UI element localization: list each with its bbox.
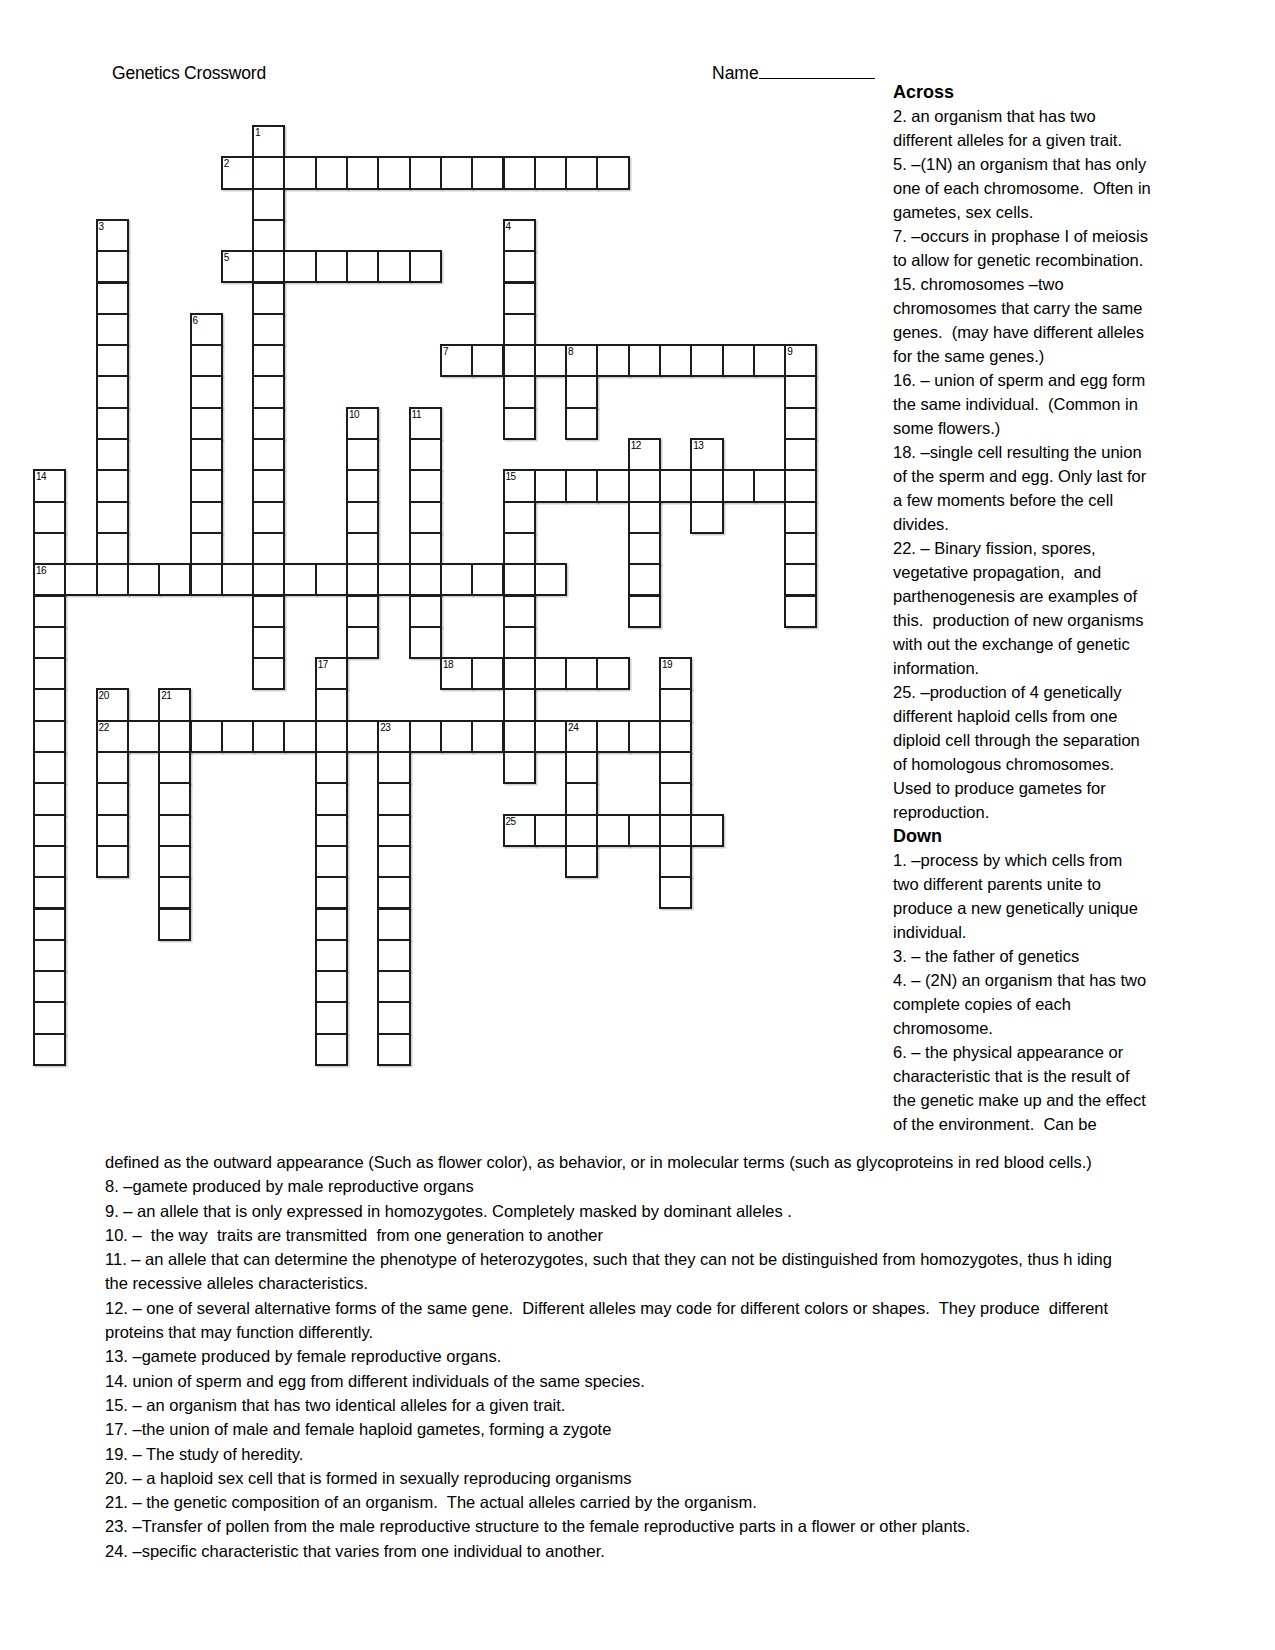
- grid-cell-r19c7[interactable]: [252, 720, 285, 753]
- grid-cell-r25c9[interactable]: [315, 908, 348, 941]
- grid-cell-r1c8[interactable]: [283, 156, 316, 189]
- grid-cell-r22c15[interactable]: 25: [503, 814, 536, 847]
- grid-cell-r13c12[interactable]: [409, 532, 442, 565]
- grid-cell-r7c7[interactable]: [252, 344, 285, 377]
- grid-cell-r14c14[interactable]: [471, 563, 504, 596]
- grid-cell-r8c5[interactable]: [190, 375, 223, 408]
- grid-cell-r9c24[interactable]: [784, 407, 817, 440]
- grid-cell-r14c2[interactable]: [96, 563, 129, 596]
- grid-cell-r29c9[interactable]: [315, 1033, 348, 1066]
- grid-cell-r12c7[interactable]: [252, 501, 285, 534]
- name-blank-line[interactable]: [759, 63, 875, 79]
- grid-cell-r26c11[interactable]: [377, 939, 410, 972]
- grid-cell-r23c20[interactable]: [659, 845, 692, 878]
- grid-cell-r20c15[interactable]: [503, 751, 536, 784]
- grid-cell-r17c13[interactable]: 18: [440, 657, 473, 690]
- cell-number-1: 1: [255, 127, 260, 138]
- grid-cell-r16c7[interactable]: [252, 626, 285, 659]
- grid-cell-r20c17[interactable]: [565, 751, 598, 784]
- grid-cell-r28c0[interactable]: [33, 1001, 66, 1034]
- grid-cell-r17c14[interactable]: [471, 657, 504, 690]
- grid-cell-r9c2[interactable]: [96, 407, 129, 440]
- grid-cell-r22c4[interactable]: [158, 814, 191, 847]
- grid-cell-r19c13[interactable]: [440, 720, 473, 753]
- grid-cell-r11c17[interactable]: [565, 469, 598, 502]
- grid-cell-r19c10[interactable]: [346, 720, 379, 753]
- grid-cell-r7c17[interactable]: 8: [565, 344, 598, 377]
- grid-cell-r12c10[interactable]: [346, 501, 379, 534]
- grid-cell-r7c24[interactable]: 9: [784, 344, 817, 377]
- grid-cell-r24c20[interactable]: [659, 876, 692, 909]
- cell-number-10: 10: [349, 409, 359, 420]
- clue-down-20: 20. – a haploid sex cell that is formed …: [105, 1466, 1255, 1490]
- across-header: Across: [893, 80, 1203, 104]
- grid-cell-r15c7[interactable]: [252, 595, 285, 628]
- clue-down-15: 15. – an organism that has two identical…: [105, 1393, 1255, 1417]
- grid-cell-r27c9[interactable]: [315, 970, 348, 1003]
- grid-cell-r13c7[interactable]: [252, 532, 285, 565]
- grid-cell-r11c16[interactable]: [534, 469, 567, 502]
- grid-cell-r7c21[interactable]: [690, 344, 723, 377]
- grid-cell-r19c8[interactable]: [283, 720, 316, 753]
- grid-cell-r10c5[interactable]: [190, 438, 223, 471]
- grid-cell-r28c11[interactable]: [377, 1001, 410, 1034]
- cell-number-7: 7: [443, 346, 448, 357]
- grid-cell-r22c19[interactable]: [628, 814, 661, 847]
- grid-cell-r8c17[interactable]: [565, 375, 598, 408]
- clue-across-15: 15. chromosomes –two chromosomes that ca…: [893, 272, 1203, 368]
- cell-number-2: 2: [224, 158, 229, 169]
- grid-cell-r27c0[interactable]: [33, 970, 66, 1003]
- grid-cell-r7c22[interactable]: [722, 344, 755, 377]
- grid-cell-r19c14[interactable]: [471, 720, 504, 753]
- grid-cell-r12c2[interactable]: [96, 501, 129, 534]
- grid-cell-r17c9[interactable]: 17: [315, 657, 348, 690]
- grid-cell-r5c2[interactable]: [96, 282, 129, 315]
- grid-cell-r2c7[interactable]: [252, 188, 285, 221]
- grid-cell-r14c6[interactable]: [221, 563, 254, 596]
- grid-cell-r22c17[interactable]: [565, 814, 598, 847]
- clue-down-10: 10. – the way traits are transmitted fro…: [105, 1223, 1255, 1247]
- grid-cell-r20c2[interactable]: [96, 751, 129, 784]
- grid-cell-r8c15[interactable]: [503, 375, 536, 408]
- grid-cell-r7c19[interactable]: [628, 344, 661, 377]
- grid-cell-r15c10[interactable]: [346, 595, 379, 628]
- clue-down-4: 4. – (2N) an organism that has two compl…: [893, 968, 1203, 1040]
- grid-cell-r14c1[interactable]: [64, 563, 97, 596]
- clue-down-21: 21. – the genetic composition of an orga…: [105, 1490, 1255, 1514]
- grid-cell-r16c0[interactable]: [33, 626, 66, 659]
- cell-number-15: 15: [506, 471, 516, 482]
- grid-cell-r12c5[interactable]: [190, 501, 223, 534]
- grid-cell-r11c19[interactable]: [628, 469, 661, 502]
- grid-cell-r19c5[interactable]: [190, 720, 223, 753]
- grid-cell-r18c9[interactable]: [315, 688, 348, 721]
- grid-cell-r19c2[interactable]: 22: [96, 720, 129, 753]
- grid-cell-r1c18[interactable]: [596, 156, 629, 189]
- clue-down-6-continuation: defined as the outward appearance (Such …: [105, 1150, 1255, 1174]
- grid-cell-r14c9[interactable]: [315, 563, 348, 596]
- grid-cell-r25c11[interactable]: [377, 908, 410, 941]
- grid-cell-r23c2[interactable]: [96, 845, 129, 878]
- grid-cell-r10c10[interactable]: [346, 438, 379, 471]
- cell-number-12: 12: [631, 440, 641, 451]
- grid-cell-r22c2[interactable]: [96, 814, 129, 847]
- grid-cell-r19c15[interactable]: [503, 720, 536, 753]
- grid-cell-r15c19[interactable]: [628, 595, 661, 628]
- grid-cell-r16c12[interactable]: [409, 626, 442, 659]
- worksheet-page: Genetics Crossword Name 1234567891011121…: [0, 0, 1275, 1650]
- grid-cell-r18c15[interactable]: [503, 688, 536, 721]
- grid-cell-r15c12[interactable]: [409, 595, 442, 628]
- grid-cell-r1c10[interactable]: [346, 156, 379, 189]
- grid-cell-r12c21[interactable]: [690, 501, 723, 534]
- grid-cell-r22c20[interactable]: [659, 814, 692, 847]
- grid-cell-r1c9[interactable]: [315, 156, 348, 189]
- grid-cell-r19c17[interactable]: 24: [565, 720, 598, 753]
- grid-cell-r19c12[interactable]: [409, 720, 442, 753]
- grid-cell-r13c15[interactable]: [503, 532, 536, 565]
- clue-down-11: 11. – an allele that can determine the p…: [105, 1247, 1255, 1296]
- grid-cell-r3c15[interactable]: 4: [503, 219, 536, 252]
- grid-cell-r17c0[interactable]: [33, 657, 66, 690]
- grid-cell-r1c12[interactable]: [409, 156, 442, 189]
- grid-cell-r11c10[interactable]: [346, 469, 379, 502]
- grid-cell-r9c15[interactable]: [503, 407, 536, 440]
- grid-cell-r13c2[interactable]: [96, 532, 129, 565]
- grid-cell-r10c19[interactable]: 12: [628, 438, 661, 471]
- clue-down-6: 6. – the physical appearance or characte…: [893, 1040, 1203, 1136]
- grid-cell-r3c2[interactable]: 3: [96, 219, 129, 252]
- grid-cell-r11c24[interactable]: [784, 469, 817, 502]
- grid-cell-r14c0[interactable]: 16: [33, 563, 66, 596]
- cell-number-19: 19: [662, 659, 672, 670]
- grid-cell-r14c5[interactable]: [190, 563, 223, 596]
- grid-cell-r24c4[interactable]: [158, 876, 191, 909]
- grid-cell-r6c15[interactable]: [503, 313, 536, 346]
- grid-cell-r10c12[interactable]: [409, 438, 442, 471]
- grid-cell-r11c21[interactable]: [690, 469, 723, 502]
- grid-cell-r7c18[interactable]: [596, 344, 629, 377]
- cell-number-6: 6: [193, 315, 198, 326]
- grid-cell-r7c5[interactable]: [190, 344, 223, 377]
- grid-cell-r14c19[interactable]: [628, 563, 661, 596]
- clue-down-1: 1. –process by which cells from two diff…: [893, 848, 1203, 944]
- cell-number-20: 20: [99, 690, 109, 701]
- grid-cell-r18c4[interactable]: 21: [158, 688, 191, 721]
- grid-cell-r15c24[interactable]: [784, 595, 817, 628]
- grid-cell-r5c7[interactable]: [252, 282, 285, 315]
- grid-cell-r6c5[interactable]: 6: [190, 313, 223, 346]
- clue-across-7: 7. –occurs in prophase I of meiosis to a…: [893, 224, 1203, 272]
- grid-cell-r3c7[interactable]: [252, 219, 285, 252]
- grid-cell-r7c15[interactable]: [503, 344, 536, 377]
- name-label: Name: [712, 63, 759, 83]
- grid-cell-r13c19[interactable]: [628, 532, 661, 565]
- grid-cell-r1c14[interactable]: [471, 156, 504, 189]
- grid-cell-r25c4[interactable]: [158, 908, 191, 941]
- clue-down-17: 17. –the union of male and female haploi…: [105, 1417, 1255, 1441]
- grid-cell-r4c6[interactable]: 5: [221, 250, 254, 283]
- grid-cell-r14c24[interactable]: [784, 563, 817, 596]
- grid-cell-r9c10[interactable]: 10: [346, 407, 379, 440]
- clue-across-5: 5. –(1N) an organism that has only one o…: [893, 152, 1203, 224]
- grid-cell-r10c24[interactable]: [784, 438, 817, 471]
- grid-cell-r18c0[interactable]: [33, 688, 66, 721]
- grid-cell-r22c21[interactable]: [690, 814, 723, 847]
- grid-cell-r29c11[interactable]: [377, 1033, 410, 1066]
- grid-cell-r8c7[interactable]: [252, 375, 285, 408]
- grid-cell-r13c10[interactable]: [346, 532, 379, 565]
- grid-cell-r11c2[interactable]: [96, 469, 129, 502]
- clue-down-24: 24. –specific characteristic that varies…: [105, 1539, 1255, 1563]
- grid-cell-r24c11[interactable]: [377, 876, 410, 909]
- grid-cell-r6c7[interactable]: [252, 313, 285, 346]
- grid-cell-r1c6[interactable]: 2: [221, 156, 254, 189]
- grid-cell-r10c2[interactable]: [96, 438, 129, 471]
- cell-number-9: 9: [787, 346, 792, 357]
- grid-cell-r20c20[interactable]: [659, 751, 692, 784]
- grid-cell-r17c18[interactable]: [596, 657, 629, 690]
- grid-cell-r17c16[interactable]: [534, 657, 567, 690]
- grid-cell-r14c11[interactable]: [377, 563, 410, 596]
- grid-cell-r11c5[interactable]: [190, 469, 223, 502]
- grid-cell-r1c11[interactable]: [377, 156, 410, 189]
- cell-number-21: 21: [161, 690, 171, 701]
- grid-cell-r21c17[interactable]: [565, 782, 598, 815]
- grid-cell-r11c18[interactable]: [596, 469, 629, 502]
- grid-cell-r16c15[interactable]: [503, 626, 536, 659]
- grid-cell-r5c15[interactable]: [503, 282, 536, 315]
- grid-cell-r16c10[interactable]: [346, 626, 379, 659]
- grid-cell-r19c0[interactable]: [33, 720, 66, 753]
- grid-cell-r4c15[interactable]: [503, 250, 536, 283]
- grid-cell-r20c11[interactable]: [377, 751, 410, 784]
- grid-cell-r26c0[interactable]: [33, 939, 66, 972]
- grid-cell-r1c13[interactable]: [440, 156, 473, 189]
- grid-cell-r1c17[interactable]: [565, 156, 598, 189]
- grid-cell-r19c6[interactable]: [221, 720, 254, 753]
- clue-down-8: 8. –gamete produced by male reproductive…: [105, 1174, 1255, 1198]
- cell-number-22: 22: [99, 722, 109, 733]
- grid-cell-r9c17[interactable]: [565, 407, 598, 440]
- grid-cell-r10c21[interactable]: 13: [690, 438, 723, 471]
- cell-number-24: 24: [568, 722, 578, 733]
- grid-cell-r23c9[interactable]: [315, 845, 348, 878]
- clue-across-18: 18. –single cell resulting the union of …: [893, 440, 1203, 536]
- grid-cell-r7c20[interactable]: [659, 344, 692, 377]
- grid-cell-r11c7[interactable]: [252, 469, 285, 502]
- cell-number-13: 13: [693, 440, 703, 451]
- clues-right-column: Across2. an organism that has two differ…: [893, 80, 1203, 1136]
- clue-down-3: 3. – the father of genetics: [893, 944, 1203, 968]
- grid-cell-r14c15[interactable]: [503, 563, 536, 596]
- grid-cell-r7c14[interactable]: [471, 344, 504, 377]
- grid-cell-r11c22[interactable]: [722, 469, 755, 502]
- grid-cell-r19c16[interactable]: [534, 720, 567, 753]
- grid-cell-r14c8[interactable]: [283, 563, 316, 596]
- grid-cell-r22c0[interactable]: [33, 814, 66, 847]
- grid-cell-r11c0[interactable]: 14: [33, 469, 66, 502]
- grid-cell-r22c18[interactable]: [596, 814, 629, 847]
- grid-cell-r23c11[interactable]: [377, 845, 410, 878]
- cell-number-14: 14: [36, 471, 46, 482]
- grid-cell-r4c7[interactable]: [252, 250, 285, 283]
- grid-cell-r1c7[interactable]: [252, 156, 285, 189]
- grid-cell-r19c3[interactable]: [127, 720, 160, 753]
- grid-cell-r20c0[interactable]: [33, 751, 66, 784]
- grid-cell-r19c9[interactable]: [315, 720, 348, 753]
- crossword-grid: 1234567891011121314151617181920212223242…: [33, 125, 818, 1066]
- grid-cell-r7c13[interactable]: 7: [440, 344, 473, 377]
- grid-cell-r12c19[interactable]: [628, 501, 661, 534]
- grid-cell-r17c7[interactable]: [252, 657, 285, 690]
- grid-cell-r23c4[interactable]: [158, 845, 191, 878]
- grid-cell-r12c24[interactable]: [784, 501, 817, 534]
- cell-number-18: 18: [443, 659, 453, 670]
- grid-cell-r14c13[interactable]: [440, 563, 473, 596]
- cell-number-11: 11: [412, 409, 421, 420]
- grid-cell-r11c15[interactable]: 15: [503, 469, 536, 502]
- grid-cell-r10c7[interactable]: [252, 438, 285, 471]
- grid-cell-r15c0[interactable]: [33, 595, 66, 628]
- clue-across-16: 16. – union of sperm and egg form the sa…: [893, 368, 1203, 440]
- cell-number-8: 8: [568, 346, 573, 357]
- grid-cell-r24c0[interactable]: [33, 876, 66, 909]
- clue-across-22: 22. – Binary fission, spores, vegetative…: [893, 536, 1203, 680]
- grid-cell-r21c20[interactable]: [659, 782, 692, 815]
- grid-cell-r22c9[interactable]: [315, 814, 348, 847]
- grid-cell-r8c24[interactable]: [784, 375, 817, 408]
- clue-down-12: 12. – one of several alternative forms o…: [105, 1296, 1255, 1345]
- cell-number-3: 3: [99, 221, 104, 232]
- grid-cell-r17c15[interactable]: [503, 657, 536, 690]
- clue-down-23: 23. –Transfer of pollen from the male re…: [105, 1514, 1255, 1538]
- grid-cell-r24c9[interactable]: [315, 876, 348, 909]
- grid-cell-r18c20[interactable]: [659, 688, 692, 721]
- grid-cell-r4c12[interactable]: [409, 250, 442, 283]
- grid-cell-r15c15[interactable]: [503, 595, 536, 628]
- name-field: Name: [712, 63, 875, 84]
- grid-cell-r13c24[interactable]: [784, 532, 817, 565]
- cell-number-25: 25: [506, 816, 516, 827]
- grid-cell-r29c0[interactable]: [33, 1033, 66, 1066]
- grid-cell-r11c20[interactable]: [659, 469, 692, 502]
- grid-cell-r14c10[interactable]: [346, 563, 379, 596]
- grid-cell-r28c9[interactable]: [315, 1001, 348, 1034]
- grid-cell-r22c11[interactable]: [377, 814, 410, 847]
- grid-cell-r11c12[interactable]: [409, 469, 442, 502]
- grid-cell-r12c0[interactable]: [33, 501, 66, 534]
- grid-cell-r23c0[interactable]: [33, 845, 66, 878]
- grid-cell-r27c11[interactable]: [377, 970, 410, 1003]
- grid-cell-r14c16[interactable]: [534, 563, 567, 596]
- grid-cell-r4c8[interactable]: [283, 250, 316, 283]
- grid-cell-r7c2[interactable]: [96, 344, 129, 377]
- grid-cell-r13c5[interactable]: [190, 532, 223, 565]
- grid-cell-r11c23[interactable]: [753, 469, 786, 502]
- grid-cell-r19c4[interactable]: [158, 720, 191, 753]
- page-title: Genetics Crossword: [112, 63, 266, 84]
- grid-cell-r9c7[interactable]: [252, 407, 285, 440]
- grid-cell-r8c2[interactable]: [96, 375, 129, 408]
- grid-cell-r7c16[interactable]: [534, 344, 567, 377]
- grid-cell-r21c0[interactable]: [33, 782, 66, 815]
- down-header: Down: [893, 824, 1203, 848]
- grid-cell-r12c15[interactable]: [503, 501, 536, 534]
- cell-number-17: 17: [318, 659, 328, 670]
- grid-cell-r14c7[interactable]: [252, 563, 285, 596]
- grid-cell-r4c9[interactable]: [315, 250, 348, 283]
- grid-cell-r17c17[interactable]: [565, 657, 598, 690]
- grid-cell-r20c4[interactable]: [158, 751, 191, 784]
- clues-bottom-block: defined as the outward appearance (Such …: [105, 1150, 1255, 1563]
- grid-cell-r1c15[interactable]: [503, 156, 536, 189]
- grid-cell-r21c9[interactable]: [315, 782, 348, 815]
- grid-cell-r14c4[interactable]: [158, 563, 191, 596]
- grid-cell-r25c0[interactable]: [33, 908, 66, 941]
- clue-down-13: 13. –gamete produced by female reproduct…: [105, 1344, 1255, 1368]
- grid-cell-r9c12[interactable]: 11: [409, 407, 442, 440]
- grid-cell-r9c5[interactable]: [190, 407, 223, 440]
- grid-cell-r26c9[interactable]: [315, 939, 348, 972]
- grid-cell-r6c2[interactable]: [96, 313, 129, 346]
- grid-cell-r22c16[interactable]: [534, 814, 567, 847]
- grid-cell-r19c19[interactable]: [628, 720, 661, 753]
- grid-cell-r21c4[interactable]: [158, 782, 191, 815]
- grid-cell-r7c23[interactable]: [753, 344, 786, 377]
- grid-cell-r19c11[interactable]: 23: [377, 720, 410, 753]
- grid-cell-r0c7[interactable]: 1: [252, 125, 285, 158]
- cell-number-23: 23: [380, 722, 390, 733]
- grid-cell-r12c12[interactable]: [409, 501, 442, 534]
- grid-cell-r20c9[interactable]: [315, 751, 348, 784]
- grid-cell-r1c16[interactable]: [534, 156, 567, 189]
- grid-cell-r14c12[interactable]: [409, 563, 442, 596]
- grid-cell-r18c2[interactable]: 20: [96, 688, 129, 721]
- grid-cell-r14c3[interactable]: [127, 563, 160, 596]
- grid-cell-r23c17[interactable]: [565, 845, 598, 878]
- grid-cell-r19c18[interactable]: [596, 720, 629, 753]
- grid-cell-r13c0[interactable]: [33, 532, 66, 565]
- grid-cell-r4c10[interactable]: [346, 250, 379, 283]
- grid-cell-r17c20[interactable]: 19: [659, 657, 692, 690]
- clue-across-25: 25. –production of 4 genetically differe…: [893, 680, 1203, 824]
- clue-down-19: 19. – The study of heredity.: [105, 1442, 1255, 1466]
- grid-cell-r21c2[interactable]: [96, 782, 129, 815]
- grid-cell-r4c11[interactable]: [377, 250, 410, 283]
- clue-down-14: 14. union of sperm and egg from differen…: [105, 1369, 1255, 1393]
- cell-number-16: 16: [36, 565, 46, 576]
- grid-cell-r19c20[interactable]: [659, 720, 692, 753]
- cell-number-4: 4: [506, 221, 511, 232]
- clue-down-9: 9. – an allele that is only expressed in…: [105, 1199, 1255, 1223]
- clue-across-2: 2. an organism that has two different al…: [893, 104, 1203, 152]
- cell-number-5: 5: [224, 252, 229, 263]
- grid-cell-r4c2[interactable]: [96, 250, 129, 283]
- grid-cell-r21c11[interactable]: [377, 782, 410, 815]
